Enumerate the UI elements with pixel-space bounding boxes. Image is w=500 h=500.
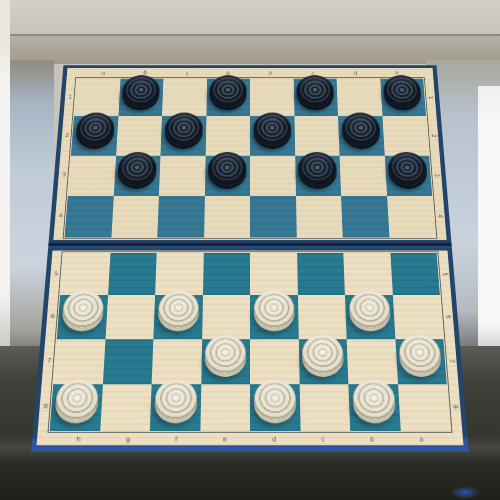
square-r1c5[interactable] [250, 79, 294, 117]
black-piece[interactable] [122, 75, 161, 107]
square-r4c4[interactable] [204, 196, 250, 238]
file-labels-top: hgfedcba [81, 69, 418, 76]
square-r1c8[interactable] [380, 79, 426, 117]
file-label: b [370, 436, 375, 443]
black-piece[interactable] [164, 113, 203, 146]
rank-label: 2 [430, 134, 436, 137]
square-r5c3[interactable] [155, 253, 203, 295]
rank-label: 7 [447, 359, 454, 363]
square-r5c1[interactable] [60, 253, 110, 295]
white-piece[interactable] [154, 379, 198, 419]
file-label: a [395, 70, 399, 75]
square-r4c2[interactable] [111, 196, 159, 238]
square-r2c7[interactable] [338, 116, 384, 155]
square-r3c3[interactable] [159, 155, 205, 195]
square-r8c6[interactable] [299, 384, 350, 431]
white-piece[interactable] [54, 379, 99, 419]
square-r4c8[interactable] [387, 196, 436, 238]
square-r1c6[interactable] [293, 79, 338, 117]
black-piece[interactable] [253, 113, 291, 146]
black-piece[interactable] [296, 75, 334, 107]
square-r1c3[interactable] [162, 79, 207, 117]
square-r6c6[interactable] [297, 295, 346, 339]
square-r6c1[interactable] [57, 295, 108, 339]
white-piece[interactable] [61, 291, 105, 328]
file-label: f [186, 70, 188, 75]
board-box-corner-glimpse [450, 486, 480, 499]
black-piece[interactable] [387, 152, 428, 186]
file-label: g [143, 70, 147, 75]
square-r3c2[interactable] [113, 155, 160, 195]
rank-label: 5 [440, 272, 447, 276]
black-piece[interactable] [117, 152, 157, 186]
rank-label: 8 [43, 404, 48, 411]
rank-label: 4 [436, 215, 443, 219]
square-r6c7[interactable] [345, 295, 395, 339]
square-r3c1[interactable] [68, 155, 116, 195]
square-r5c6[interactable] [297, 253, 345, 295]
square-r8c2[interactable] [100, 384, 152, 431]
file-label: b [353, 70, 357, 75]
board-top-half: hgfedcba 1234 1234 [49, 65, 452, 242]
photo-scene: hgfedcba 1234 1234 hgfedcba 5678 5678 [0, 0, 500, 500]
square-r8c7[interactable] [348, 384, 400, 431]
rank-label: 5 [54, 271, 59, 277]
file-label: c [311, 70, 314, 75]
file-label: e [226, 70, 230, 75]
square-r4c6[interactable] [296, 196, 343, 238]
square-r3c6[interactable] [295, 155, 341, 195]
white-piece[interactable] [253, 379, 296, 419]
white-piece[interactable] [157, 291, 199, 328]
square-r5c5[interactable] [250, 253, 297, 295]
square-r1c1[interactable] [74, 79, 120, 117]
square-r4c3[interactable] [157, 196, 204, 238]
square-r3c5[interactable] [250, 155, 296, 195]
file-label: e [223, 436, 227, 443]
square-r5c8[interactable] [390, 253, 440, 295]
square-r6c4[interactable] [202, 295, 250, 339]
rank-label: 6 [444, 315, 451, 319]
rank-label: 1 [68, 95, 72, 100]
file-label: f [175, 436, 178, 443]
board-grid-bottom [50, 253, 451, 431]
square-r6c5[interactable] [250, 295, 298, 339]
square-r2c2[interactable] [116, 116, 162, 155]
white-piece[interactable] [352, 379, 396, 419]
square-r8c1[interactable] [50, 384, 103, 431]
square-r4c7[interactable] [341, 196, 389, 238]
rank-label: 2 [65, 133, 69, 138]
rank-label: 4 [59, 214, 64, 220]
square-r4c1[interactable] [65, 196, 114, 238]
square-r8c8[interactable] [398, 384, 451, 431]
square-r6c2[interactable] [105, 295, 155, 339]
black-piece[interactable] [208, 152, 247, 186]
square-r5c2[interactable] [108, 253, 157, 295]
square-r7c5[interactable] [250, 339, 299, 384]
square-r7c2[interactable] [102, 339, 153, 384]
white-piece[interactable] [253, 291, 294, 328]
file-label: a [419, 436, 424, 443]
board-bottom-half: hgfedcba 5678 5678 [31, 248, 469, 452]
square-r3c4[interactable] [204, 155, 250, 195]
square-r7c3[interactable] [152, 339, 202, 384]
white-piece[interactable] [348, 291, 391, 328]
black-piece[interactable] [341, 113, 381, 146]
board-grid-top [65, 79, 436, 238]
black-piece[interactable] [383, 75, 423, 107]
rank-label: 3 [62, 173, 66, 178]
wall-window-frame [0, 0, 500, 36]
file-label: d [269, 70, 273, 75]
file-label: h [76, 436, 81, 443]
square-r8c5[interactable] [250, 384, 300, 431]
window-frame-left [0, 0, 10, 350]
square-r8c3[interactable] [150, 384, 201, 431]
square-r6c3[interactable] [153, 295, 202, 339]
square-r1c7[interactable] [337, 79, 382, 117]
square-r2c3[interactable] [160, 116, 206, 155]
rank-label: 8 [451, 405, 458, 409]
file-labels-bottom: hgfedcba [54, 435, 447, 445]
square-r7c1[interactable] [53, 339, 105, 384]
black-piece[interactable] [298, 152, 338, 186]
file-label: c [321, 436, 325, 443]
black-piece[interactable] [209, 75, 247, 107]
white-piece[interactable] [302, 334, 345, 373]
white-piece[interactable] [398, 334, 442, 373]
square-r3c7[interactable] [340, 155, 387, 195]
square-r1c2[interactable] [118, 79, 163, 117]
square-r2c1[interactable] [71, 116, 118, 155]
rank-label: 6 [50, 314, 55, 320]
square-r5c7[interactable] [343, 253, 392, 295]
white-piece[interactable] [204, 334, 246, 373]
board-top-face: hgfedcba 1234 1234 [53, 68, 446, 240]
file-label: h [101, 70, 105, 75]
board-bottom-face: hgfedcba 5678 5678 [37, 251, 464, 446]
file-label: d [272, 436, 276, 443]
square-r2c5[interactable] [250, 116, 295, 155]
square-r6c8[interactable] [392, 295, 443, 339]
square-r5c4[interactable] [203, 253, 250, 295]
wall-lower-band [0, 36, 500, 64]
square-r2c6[interactable] [294, 116, 340, 155]
black-piece[interactable] [75, 113, 115, 146]
square-r4c5[interactable] [250, 196, 296, 238]
square-r7c6[interactable] [298, 339, 348, 384]
square-r1c4[interactable] [206, 79, 250, 117]
square-r2c4[interactable] [205, 116, 250, 155]
rank-label: 3 [433, 174, 440, 177]
square-r2c8[interactable] [382, 116, 429, 155]
file-label: g [126, 436, 131, 443]
square-r8c4[interactable] [200, 384, 250, 431]
rank-label: 1 [427, 96, 433, 99]
square-r3c8[interactable] [384, 155, 432, 195]
square-r7c4[interactable] [201, 339, 250, 384]
rank-label: 7 [47, 358, 52, 364]
square-r7c7[interactable] [347, 339, 398, 384]
square-r7c8[interactable] [395, 339, 447, 384]
checkers-board: hgfedcba 1234 1234 hgfedcba 5678 5678 [31, 65, 469, 452]
